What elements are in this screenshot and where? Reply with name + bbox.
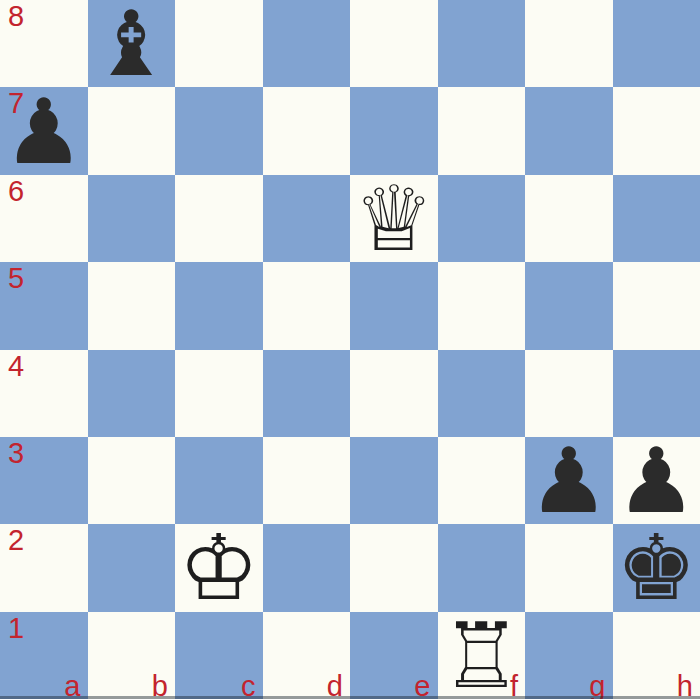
- file-label-e: e: [414, 673, 430, 699]
- square-c5[interactable]: [175, 262, 263, 349]
- square-d5[interactable]: [263, 262, 351, 349]
- piece-black-pawn[interactable]: ♟: [528, 437, 609, 524]
- square-c2[interactable]: ♔: [175, 524, 263, 611]
- rank-label-5: 5: [8, 262, 24, 294]
- piece-black-bishop[interactable]: ♝: [91, 0, 172, 87]
- square-f4[interactable]: [438, 350, 526, 437]
- square-c1[interactable]: c: [175, 612, 263, 699]
- square-a5[interactable]: 5: [0, 262, 88, 349]
- square-g3[interactable]: ♟: [525, 437, 613, 524]
- square-f6[interactable]: [438, 175, 526, 262]
- file-label-d: d: [327, 673, 343, 699]
- piece-white-king[interactable]: ♔: [178, 524, 259, 611]
- rank-label-3: 3: [8, 437, 24, 469]
- rank-label-7: 7: [8, 87, 24, 119]
- square-e4[interactable]: [350, 350, 438, 437]
- square-d2[interactable]: [263, 524, 351, 611]
- square-c7[interactable]: [175, 87, 263, 174]
- square-a6[interactable]: 6: [0, 175, 88, 262]
- rank-label-6: 6: [8, 175, 24, 207]
- square-d1[interactable]: d: [263, 612, 351, 699]
- square-g8[interactable]: [525, 0, 613, 87]
- square-g1[interactable]: g: [525, 612, 613, 699]
- rank-label-1: 1: [8, 612, 24, 644]
- square-h5[interactable]: [613, 262, 700, 349]
- rank-label-4: 4: [8, 350, 24, 382]
- square-h8[interactable]: [613, 0, 700, 87]
- square-d7[interactable]: [263, 87, 351, 174]
- square-g5[interactable]: [525, 262, 613, 349]
- square-c6[interactable]: [175, 175, 263, 262]
- square-c4[interactable]: [175, 350, 263, 437]
- chess-board: 8♝7♟6♕543♟♟2♔♚1abcdef♖gh: [0, 0, 700, 699]
- square-g7[interactable]: [525, 87, 613, 174]
- square-b6[interactable]: [88, 175, 176, 262]
- piece-black-king[interactable]: ♚: [616, 524, 697, 611]
- square-a3[interactable]: 3: [0, 437, 88, 524]
- square-b4[interactable]: [88, 350, 176, 437]
- square-f5[interactable]: [438, 262, 526, 349]
- square-d8[interactable]: [263, 0, 351, 87]
- square-a1[interactable]: 1a: [0, 612, 88, 699]
- square-e2[interactable]: [350, 524, 438, 611]
- square-g4[interactable]: [525, 350, 613, 437]
- square-f2[interactable]: [438, 524, 526, 611]
- square-g6[interactable]: [525, 175, 613, 262]
- square-d6[interactable]: [263, 175, 351, 262]
- square-b5[interactable]: [88, 262, 176, 349]
- square-c3[interactable]: [175, 437, 263, 524]
- square-a8[interactable]: 8: [0, 0, 88, 87]
- square-b2[interactable]: [88, 524, 176, 611]
- square-d3[interactable]: [263, 437, 351, 524]
- square-a4[interactable]: 4: [0, 350, 88, 437]
- square-h2[interactable]: ♚: [613, 524, 700, 611]
- square-b3[interactable]: [88, 437, 176, 524]
- rank-label-2: 2: [8, 524, 24, 556]
- file-label-f: f: [510, 673, 518, 699]
- square-b7[interactable]: [88, 87, 176, 174]
- square-f1[interactable]: f♖: [438, 612, 526, 699]
- square-f3[interactable]: [438, 437, 526, 524]
- file-label-b: b: [152, 673, 168, 699]
- rank-label-8: 8: [8, 0, 24, 32]
- square-g2[interactable]: [525, 524, 613, 611]
- square-h1[interactable]: h: [613, 612, 700, 699]
- piece-black-pawn[interactable]: ♟: [616, 437, 697, 524]
- square-c8[interactable]: [175, 0, 263, 87]
- square-h7[interactable]: [613, 87, 700, 174]
- square-e6[interactable]: ♕: [350, 175, 438, 262]
- square-b8[interactable]: ♝: [88, 0, 176, 87]
- file-label-g: g: [589, 673, 605, 699]
- square-e7[interactable]: [350, 87, 438, 174]
- square-a7[interactable]: 7♟: [0, 87, 88, 174]
- file-label-h: h: [677, 673, 693, 699]
- square-e8[interactable]: [350, 0, 438, 87]
- square-e5[interactable]: [350, 262, 438, 349]
- file-label-c: c: [241, 673, 256, 699]
- square-f8[interactable]: [438, 0, 526, 87]
- square-d4[interactable]: [263, 350, 351, 437]
- square-h6[interactable]: [613, 175, 700, 262]
- file-label-a: a: [64, 673, 80, 699]
- square-h4[interactable]: [613, 350, 700, 437]
- square-a2[interactable]: 2: [0, 524, 88, 611]
- square-e3[interactable]: [350, 437, 438, 524]
- square-f7[interactable]: [438, 87, 526, 174]
- square-b1[interactable]: b: [88, 612, 176, 699]
- square-h3[interactable]: ♟: [613, 437, 700, 524]
- piece-white-queen[interactable]: ♕: [353, 175, 434, 262]
- square-e1[interactable]: e: [350, 612, 438, 699]
